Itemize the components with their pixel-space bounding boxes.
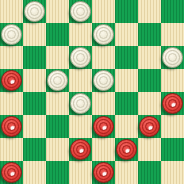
- square-c3r7: [46, 138, 69, 161]
- square-c3r1: [46, 0, 69, 23]
- square-c4r7[interactable]: [69, 138, 92, 161]
- square-c7r7: [138, 138, 161, 161]
- square-c8r5[interactable]: [161, 92, 184, 115]
- square-c8r3[interactable]: [161, 46, 184, 69]
- square-c6r5[interactable]: [115, 92, 138, 115]
- red-checker[interactable]: [1, 116, 22, 137]
- square-c6r3[interactable]: [115, 46, 138, 69]
- square-c6r1[interactable]: [115, 0, 138, 23]
- red-checker[interactable]: [1, 70, 22, 91]
- square-c5r6[interactable]: [92, 115, 115, 138]
- square-c5r8[interactable]: [92, 161, 115, 184]
- square-c8r1[interactable]: [161, 0, 184, 23]
- square-c2r1[interactable]: [23, 0, 46, 23]
- red-checker[interactable]: [70, 139, 91, 160]
- white-checker[interactable]: [93, 70, 114, 91]
- square-c8r7[interactable]: [161, 138, 184, 161]
- square-c5r3: [92, 46, 115, 69]
- square-c5r2[interactable]: [92, 23, 115, 46]
- red-checker[interactable]: [93, 116, 114, 137]
- square-c4r4: [69, 69, 92, 92]
- square-c3r4[interactable]: [46, 69, 69, 92]
- white-checker[interactable]: [70, 47, 91, 68]
- square-c5r5: [92, 92, 115, 115]
- square-c7r1: [138, 0, 161, 23]
- square-c3r5: [46, 92, 69, 115]
- square-c4r3[interactable]: [69, 46, 92, 69]
- white-checker[interactable]: [47, 70, 68, 91]
- square-c1r4[interactable]: [0, 69, 23, 92]
- square-c6r6: [115, 115, 138, 138]
- square-c6r4: [115, 69, 138, 92]
- red-checker[interactable]: [162, 93, 183, 114]
- square-c3r3: [46, 46, 69, 69]
- square-c3r8[interactable]: [46, 161, 69, 184]
- square-c6r2: [115, 23, 138, 46]
- square-c8r4: [161, 69, 184, 92]
- white-checker[interactable]: [162, 47, 183, 68]
- white-checker[interactable]: [93, 24, 114, 45]
- checkers-board: [0, 0, 184, 184]
- square-c5r4[interactable]: [92, 69, 115, 92]
- square-c6r7[interactable]: [115, 138, 138, 161]
- square-c5r7: [92, 138, 115, 161]
- square-c3r6[interactable]: [46, 115, 69, 138]
- square-c2r5[interactable]: [23, 92, 46, 115]
- white-checker[interactable]: [70, 1, 91, 22]
- square-c7r4[interactable]: [138, 69, 161, 92]
- square-c5r1: [92, 0, 115, 23]
- square-c8r8: [161, 161, 184, 184]
- square-c4r8: [69, 161, 92, 184]
- square-c1r5: [0, 92, 23, 115]
- square-c4r6: [69, 115, 92, 138]
- white-checker[interactable]: [24, 1, 45, 22]
- square-c3r2[interactable]: [46, 23, 69, 46]
- square-c7r3: [138, 46, 161, 69]
- white-checker[interactable]: [70, 93, 91, 114]
- square-c4r5[interactable]: [69, 92, 92, 115]
- square-c2r4: [23, 69, 46, 92]
- square-c2r7[interactable]: [23, 138, 46, 161]
- square-c7r2[interactable]: [138, 23, 161, 46]
- red-checker[interactable]: [116, 139, 137, 160]
- checkers-app: [0, 0, 184, 184]
- square-c1r8[interactable]: [0, 161, 23, 184]
- square-c1r3: [0, 46, 23, 69]
- red-checker[interactable]: [139, 116, 160, 137]
- square-c7r8[interactable]: [138, 161, 161, 184]
- square-c1r6[interactable]: [0, 115, 23, 138]
- square-c4r1[interactable]: [69, 0, 92, 23]
- square-c7r6[interactable]: [138, 115, 161, 138]
- white-checker[interactable]: [1, 24, 22, 45]
- square-c7r5: [138, 92, 161, 115]
- square-c2r2: [23, 23, 46, 46]
- square-c1r1: [0, 0, 23, 23]
- square-c2r6: [23, 115, 46, 138]
- square-c8r6: [161, 115, 184, 138]
- red-checker[interactable]: [93, 162, 114, 183]
- square-c4r2: [69, 23, 92, 46]
- square-c1r2[interactable]: [0, 23, 23, 46]
- square-c8r2: [161, 23, 184, 46]
- square-c6r8: [115, 161, 138, 184]
- square-c2r8: [23, 161, 46, 184]
- red-checker[interactable]: [1, 162, 22, 183]
- square-c2r3[interactable]: [23, 46, 46, 69]
- square-c1r7: [0, 138, 23, 161]
